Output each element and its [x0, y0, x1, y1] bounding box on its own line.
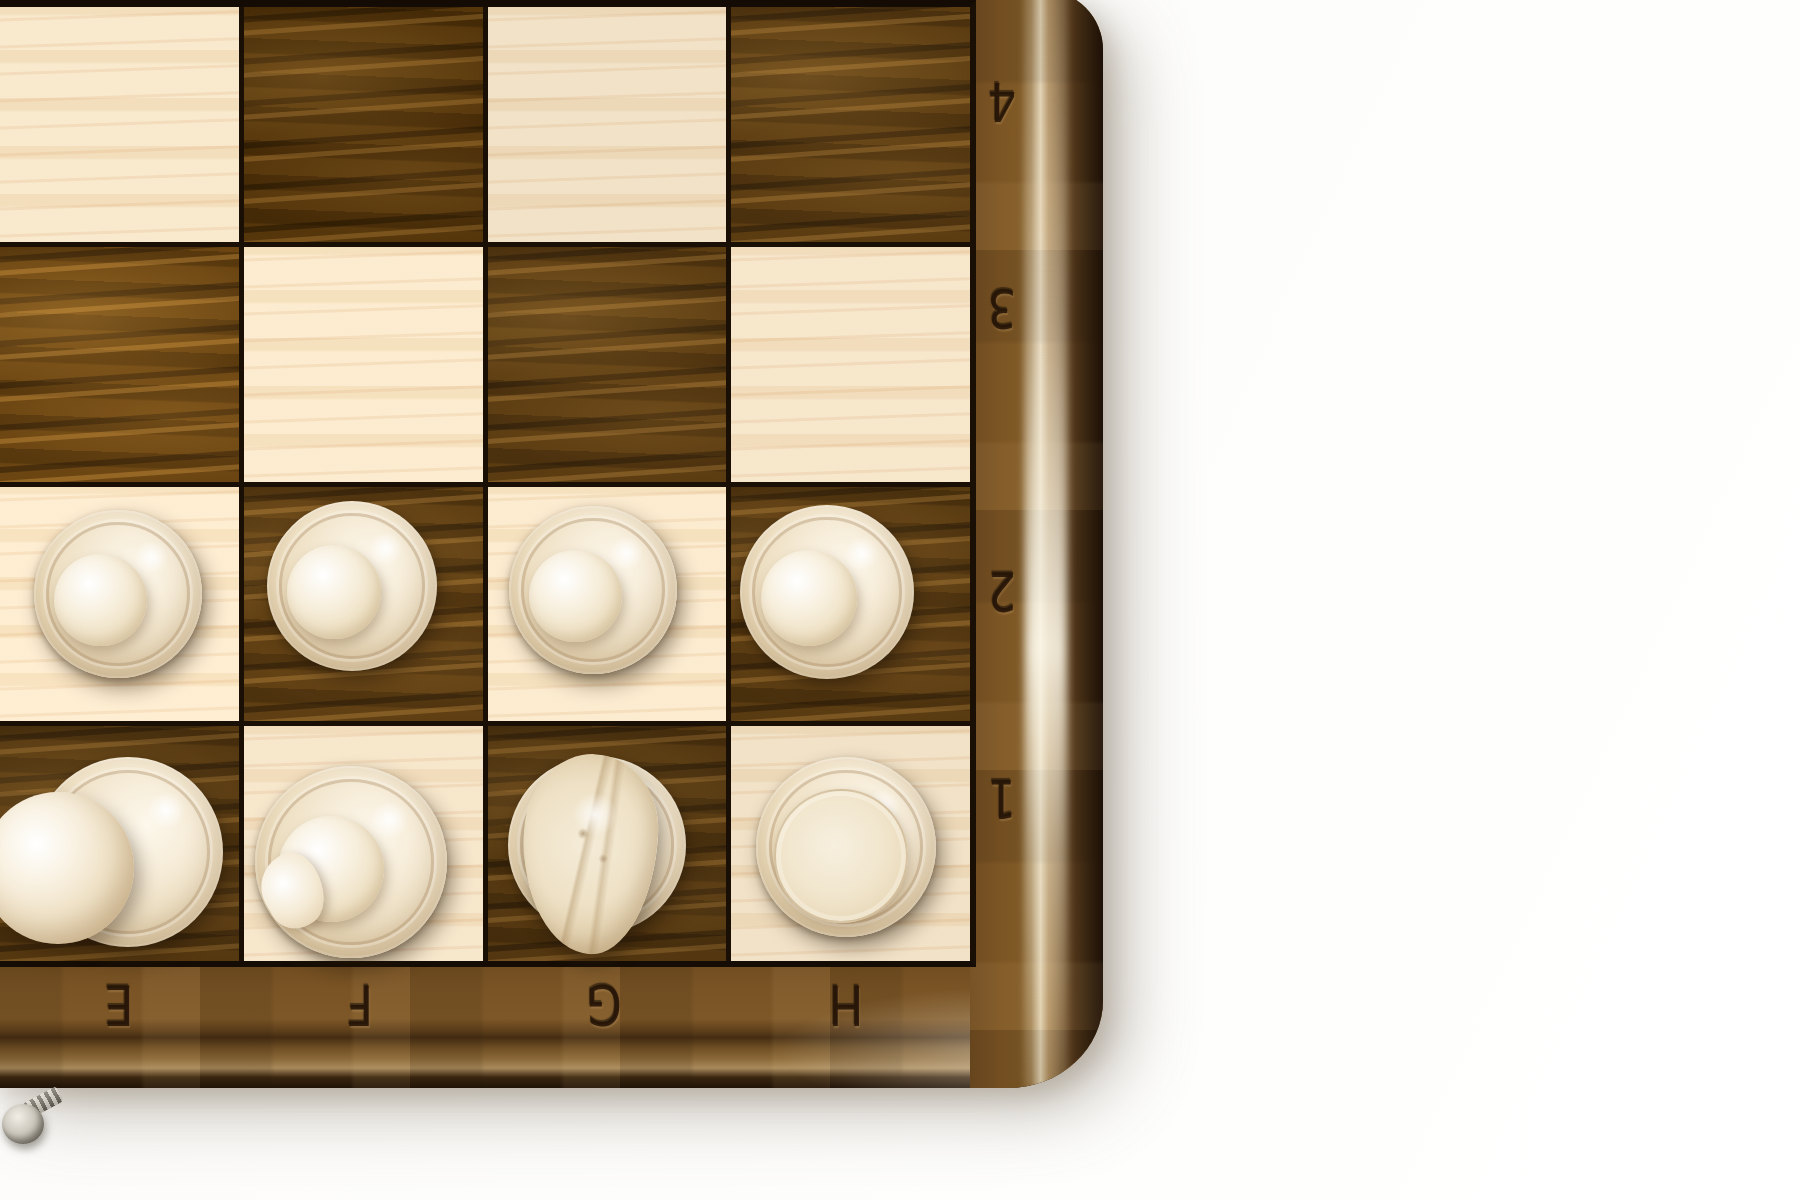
board-bottom-frame [0, 955, 1103, 1088]
square-f4[interactable] [244, 7, 483, 242]
frame-bevel-highlight [1025, 0, 1067, 1088]
hinge-screw [0, 1080, 80, 1152]
photo-background: E F G H 4 3 2 1 ♔ ♗ ♘ ♖ ♙ ♙ ♙ ♙ [0, 0, 1800, 1200]
square-f3[interactable] [244, 247, 483, 482]
square-e3[interactable] [0, 247, 239, 482]
piece-glyph: ♙ [75, 538, 161, 650]
piece-white-pawn-g2[interactable]: ♙ [509, 506, 677, 674]
piece-white-king-e1[interactable]: ♔ [33, 757, 223, 947]
file-label-f: F [324, 975, 396, 1036]
file-label-g: G [568, 975, 640, 1036]
piece-glyph: ♖ [803, 791, 889, 903]
king-crown-knob [0, 792, 134, 944]
piece-glyph: ♙ [550, 534, 636, 646]
square-h3[interactable] [731, 247, 970, 482]
piece-white-pawn-e2[interactable]: ♙ [34, 510, 202, 678]
piece-white-bishop-f1[interactable]: ♗ [255, 766, 447, 958]
screw-head-icon [2, 1104, 44, 1144]
square-g3[interactable] [488, 247, 727, 482]
square-g4[interactable] [488, 7, 727, 242]
square-h4[interactable] [731, 7, 970, 242]
piece-glyph: ♙ [784, 536, 870, 648]
rank-label-1: 1 [976, 769, 1027, 828]
file-label-h: H [810, 975, 882, 1036]
rank-label-2: 2 [976, 562, 1027, 621]
piece-white-rook-h1[interactable]: ♖ [756, 757, 936, 937]
rank-label-3: 3 [976, 279, 1027, 338]
piece-white-pawn-h2[interactable]: ♙ [740, 505, 914, 679]
piece-glyph: ♙ [309, 530, 395, 642]
file-label-e: E [83, 975, 155, 1036]
square-e4[interactable] [0, 7, 239, 242]
piece-white-pawn-f2[interactable]: ♙ [267, 501, 437, 671]
piece-white-knight-g1[interactable]: ♘ [508, 756, 686, 934]
rank-label-4: 4 [976, 72, 1027, 131]
